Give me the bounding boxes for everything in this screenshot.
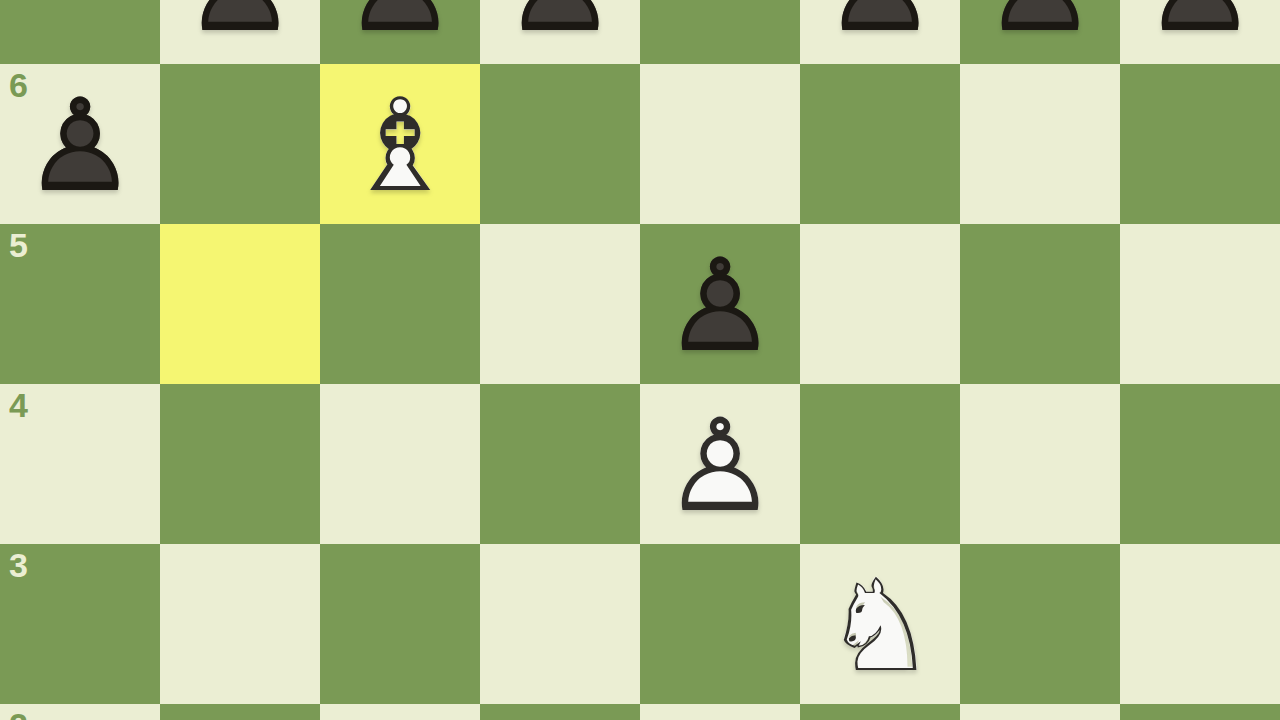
square-h2[interactable]: ♟♙ — [1120, 704, 1280, 720]
white-pawn-outline-icon: ♙ — [800, 704, 960, 720]
square-d5[interactable] — [480, 224, 640, 384]
square-g5[interactable] — [960, 224, 1120, 384]
black-pawn-outline-icon: ♙ — [480, 0, 640, 64]
white-pawn-icon: ♟ — [480, 704, 640, 720]
white-pawn[interactable]: ♟♙ — [0, 704, 160, 720]
white-pawn[interactable]: ♟♙ — [960, 704, 1120, 720]
square-a3[interactable]: 3 — [0, 544, 160, 704]
square-d6[interactable] — [480, 64, 640, 224]
white-pawn-outline-icon: ♙ — [320, 704, 480, 720]
white-bishop-icon: ♝ — [320, 64, 480, 224]
white-pawn-icon: ♟ — [800, 704, 960, 720]
white-pawn-outline-icon: ♙ — [960, 704, 1120, 720]
black-pawn[interactable]: ♟♙ — [480, 0, 640, 64]
white-bishop-outline-icon: ♗ — [320, 64, 480, 224]
square-e7[interactable] — [640, 0, 800, 64]
square-f2[interactable]: ♟♙ — [800, 704, 960, 720]
white-pawn-outline-icon: ♙ — [160, 704, 320, 720]
chess-board-viewport: 8♜♖♝♗♛♕♚♔♝♗♞♘♜♖7♟♙♟♙♟♙♟♙♟♙♟♙6♟♙♝♗5♟♙4♟♙3… — [0, 0, 1280, 720]
square-a5[interactable]: 5 — [0, 224, 160, 384]
square-a2[interactable]: 2♟♙ — [0, 704, 160, 720]
square-c5[interactable] — [320, 224, 480, 384]
square-d3[interactable] — [480, 544, 640, 704]
square-g4[interactable] — [960, 384, 1120, 544]
square-h6[interactable] — [1120, 64, 1280, 224]
black-pawn-icon: ♟ — [480, 0, 640, 64]
square-b6[interactable] — [160, 64, 320, 224]
square-a7[interactable]: 7 — [0, 0, 160, 64]
white-pawn[interactable]: ♟♙ — [800, 704, 960, 720]
black-pawn-outline-icon: ♙ — [800, 0, 960, 64]
black-pawn-outline-icon: ♙ — [160, 0, 320, 64]
black-pawn[interactable]: ♟♙ — [1120, 0, 1280, 64]
square-g2[interactable]: ♟♙ — [960, 704, 1120, 720]
white-pawn-outline-icon: ♙ — [640, 384, 800, 544]
black-pawn-icon: ♟ — [160, 0, 320, 64]
square-a6[interactable]: 6♟♙ — [0, 64, 160, 224]
white-pawn-icon: ♟ — [1120, 704, 1280, 720]
square-b7[interactable]: ♟♙ — [160, 0, 320, 64]
square-h3[interactable] — [1120, 544, 1280, 704]
rank-label-3: 3 — [9, 548, 28, 582]
white-pawn[interactable]: ♟♙ — [160, 704, 320, 720]
square-f6[interactable] — [800, 64, 960, 224]
black-pawn-outline-icon: ♙ — [1120, 0, 1280, 64]
white-pawn-icon: ♟ — [960, 704, 1120, 720]
square-b2[interactable]: ♟♙ — [160, 704, 320, 720]
square-f5[interactable] — [800, 224, 960, 384]
black-pawn-outline-icon: ♙ — [320, 0, 480, 64]
black-pawn-icon: ♟ — [640, 224, 800, 384]
square-a4[interactable]: 4 — [0, 384, 160, 544]
square-f3[interactable]: ♞♘ — [800, 544, 960, 704]
chess-board: 8♜♖♝♗♛♕♚♔♝♗♞♘♜♖7♟♙♟♙♟♙♟♙♟♙♟♙6♟♙♝♗5♟♙4♟♙3… — [0, 0, 1280, 720]
white-pawn-icon: ♟ — [0, 704, 160, 720]
black-pawn[interactable]: ♟♙ — [960, 0, 1120, 64]
black-pawn-icon: ♟ — [800, 0, 960, 64]
square-c2[interactable]: ♟♙ — [320, 704, 480, 720]
white-pawn-icon: ♟ — [160, 704, 320, 720]
white-pawn-icon: ♟ — [640, 384, 800, 544]
square-e3[interactable] — [640, 544, 800, 704]
black-pawn-outline-icon: ♙ — [640, 224, 800, 384]
white-pawn-outline-icon: ♙ — [1120, 704, 1280, 720]
black-pawn[interactable]: ♟♙ — [0, 64, 160, 224]
square-d2[interactable]: ♟♙ — [480, 704, 640, 720]
white-pawn-icon: ♟ — [320, 704, 480, 720]
black-pawn-icon: ♟ — [0, 64, 160, 224]
square-c6[interactable]: ♝♗ — [320, 64, 480, 224]
black-pawn-icon: ♟ — [320, 0, 480, 64]
square-c3[interactable] — [320, 544, 480, 704]
square-g3[interactable] — [960, 544, 1120, 704]
square-e6[interactable] — [640, 64, 800, 224]
square-b4[interactable] — [160, 384, 320, 544]
black-pawn[interactable]: ♟♙ — [640, 224, 800, 384]
white-pawn-outline-icon: ♙ — [480, 704, 640, 720]
square-e4[interactable]: ♟♙ — [640, 384, 800, 544]
square-h7[interactable]: ♟♙ — [1120, 0, 1280, 64]
square-c7[interactable]: ♟♙ — [320, 0, 480, 64]
white-pawn[interactable]: ♟♙ — [480, 704, 640, 720]
square-c4[interactable] — [320, 384, 480, 544]
square-g7[interactable]: ♟♙ — [960, 0, 1120, 64]
black-pawn-icon: ♟ — [1120, 0, 1280, 64]
square-f4[interactable] — [800, 384, 960, 544]
square-h4[interactable] — [1120, 384, 1280, 544]
square-f7[interactable]: ♟♙ — [800, 0, 960, 64]
square-e5[interactable]: ♟♙ — [640, 224, 800, 384]
square-b3[interactable] — [160, 544, 320, 704]
white-knight[interactable]: ♞♘ — [800, 544, 960, 704]
black-pawn[interactable]: ♟♙ — [160, 0, 320, 64]
white-pawn[interactable]: ♟♙ — [640, 384, 800, 544]
black-pawn-icon: ♟ — [960, 0, 1120, 64]
black-pawn[interactable]: ♟♙ — [320, 0, 480, 64]
square-d4[interactable] — [480, 384, 640, 544]
white-knight-outline-icon: ♘ — [800, 544, 960, 704]
rank-label-4: 4 — [9, 388, 28, 422]
white-bishop[interactable]: ♝♗ — [320, 64, 480, 224]
white-knight-icon: ♞ — [800, 544, 960, 704]
square-h5[interactable] — [1120, 224, 1280, 384]
white-pawn[interactable]: ♟♙ — [320, 704, 480, 720]
white-pawn-outline-icon: ♙ — [0, 704, 160, 720]
square-g6[interactable] — [960, 64, 1120, 224]
black-pawn-outline-icon: ♙ — [0, 64, 160, 224]
black-pawn-outline-icon: ♙ — [960, 0, 1120, 64]
square-d7[interactable]: ♟♙ — [480, 0, 640, 64]
white-pawn[interactable]: ♟♙ — [1120, 704, 1280, 720]
square-e2[interactable] — [640, 704, 800, 720]
square-b5[interactable] — [160, 224, 320, 384]
rank-label-5: 5 — [9, 228, 28, 262]
black-pawn[interactable]: ♟♙ — [800, 0, 960, 64]
